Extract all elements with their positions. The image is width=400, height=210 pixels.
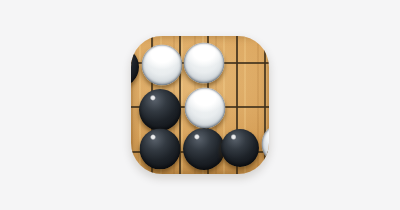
white-stone (184, 88, 225, 129)
white-stone (141, 44, 182, 85)
screenshot-background (0, 0, 400, 210)
go-app-icon[interactable] (131, 36, 269, 174)
go-board (131, 36, 269, 174)
black-stone (140, 129, 181, 170)
white-stone (184, 42, 225, 83)
black-stone (139, 89, 181, 131)
black-stone (221, 129, 259, 167)
black-stone (183, 128, 225, 170)
black-stone (131, 47, 139, 87)
